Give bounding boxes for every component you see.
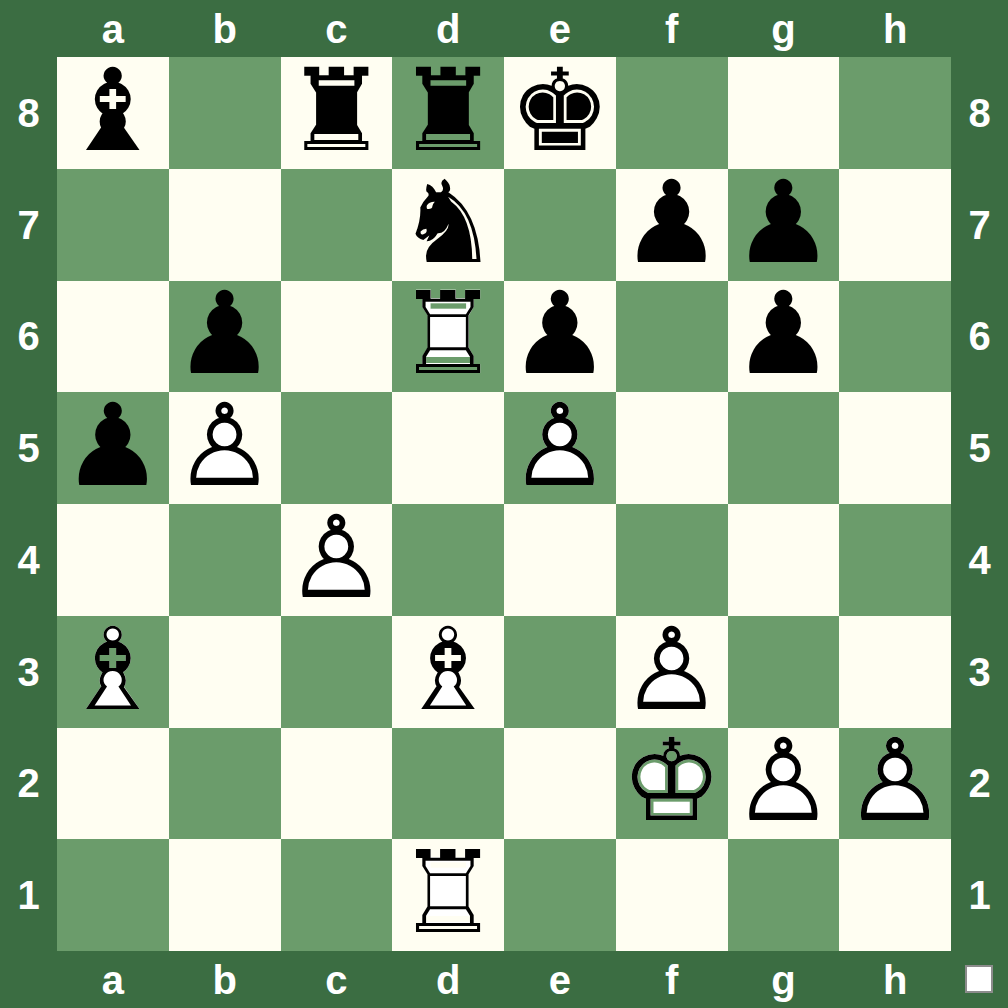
white-bishop[interactable]: ♝♗ — [392, 616, 504, 728]
square-c6[interactable] — [281, 281, 393, 393]
piece-glyph: ♟ — [62, 389, 164, 503]
black-rook[interactable]: ♜ — [392, 57, 504, 169]
square-g2[interactable]: ♟♙ — [728, 728, 840, 840]
black-king[interactable]: ♚ — [504, 57, 616, 169]
square-c4[interactable]: ♟♙ — [281, 504, 393, 616]
square-e8[interactable]: ♚ — [504, 57, 616, 169]
square-b4[interactable] — [169, 504, 281, 616]
piece-glyph: ♝ — [62, 54, 164, 168]
rank-labels-left: 87654321 — [0, 57, 57, 951]
piece-outline-glyph: ♔ — [621, 724, 723, 838]
rank-label-3: 3 — [0, 616, 57, 728]
white-pawn[interactable]: ♟♙ — [169, 392, 281, 504]
rank-labels-right: 87654321 — [951, 57, 1008, 951]
rank-label-5: 5 — [951, 392, 1008, 504]
piece-glyph: ♜ — [397, 54, 499, 168]
square-f3[interactable]: ♟♙ — [616, 616, 728, 728]
square-d2[interactable] — [392, 728, 504, 840]
square-g7[interactable]: ♟ — [728, 169, 840, 281]
piece-glyph: ♟ — [509, 277, 611, 391]
file-label-g: g — [728, 0, 840, 57]
chess-board: ♝♜♜♚♞♟♟♟♜♖♟♟♟♟♙♟♙♟♙♝♗♝♗♟♙♚♔♟♙♟♙♜♖ — [57, 57, 951, 951]
square-a4[interactable] — [57, 504, 169, 616]
file-label-c: c — [281, 951, 393, 1008]
white-pawn[interactable]: ♟♙ — [504, 392, 616, 504]
white-pawn[interactable]: ♟♙ — [728, 728, 840, 840]
square-f7[interactable]: ♟ — [616, 169, 728, 281]
file-label-b: b — [169, 951, 281, 1008]
black-pawn[interactable]: ♟ — [169, 281, 281, 393]
piece-outline-glyph: ♖ — [397, 277, 499, 391]
square-h6[interactable] — [839, 281, 951, 393]
black-pawn[interactable]: ♟ — [57, 392, 169, 504]
square-f5[interactable] — [616, 392, 728, 504]
file-label-g: g — [728, 951, 840, 1008]
white-rook[interactable]: ♜♖ — [392, 281, 504, 393]
black-rook[interactable]: ♜ — [281, 57, 393, 169]
rank-label-8: 8 — [0, 57, 57, 169]
square-h4[interactable] — [839, 504, 951, 616]
white-to-move-indicator — [965, 965, 993, 993]
square-d4[interactable] — [392, 504, 504, 616]
chess-diagram: abcdefgh abcdefgh 87654321 87654321 ♝♜♜♚… — [0, 0, 1008, 1008]
square-h5[interactable] — [839, 392, 951, 504]
file-label-f: f — [616, 0, 728, 57]
file-labels-top: abcdefgh — [57, 0, 951, 57]
square-e4[interactable] — [504, 504, 616, 616]
square-f4[interactable] — [616, 504, 728, 616]
file-label-f: f — [616, 951, 728, 1008]
piece-glyph: ♜ — [285, 54, 387, 168]
file-label-b: b — [169, 0, 281, 57]
piece-outline-glyph: ♙ — [844, 724, 946, 838]
black-pawn[interactable]: ♟ — [504, 281, 616, 393]
file-labels-bottom: abcdefgh — [57, 951, 951, 1008]
rank-label-3: 3 — [951, 616, 1008, 728]
rank-label-5: 5 — [0, 392, 57, 504]
square-d7[interactable]: ♞ — [392, 169, 504, 281]
rank-label-4: 4 — [951, 504, 1008, 616]
square-f2[interactable]: ♚♔ — [616, 728, 728, 840]
rank-label-8: 8 — [951, 57, 1008, 169]
square-c3[interactable] — [281, 616, 393, 728]
black-knight[interactable]: ♞ — [392, 169, 504, 281]
piece-glyph: ♟ — [732, 277, 834, 391]
square-b5[interactable]: ♟♙ — [169, 392, 281, 504]
square-a1[interactable] — [57, 839, 169, 951]
file-label-d: d — [392, 951, 504, 1008]
square-b7[interactable] — [169, 169, 281, 281]
piece-glyph: ♟ — [621, 165, 723, 279]
rank-label-7: 7 — [0, 169, 57, 281]
rank-label-1: 1 — [0, 839, 57, 951]
piece-outline-glyph: ♙ — [509, 389, 611, 503]
file-label-h: h — [839, 951, 951, 1008]
file-label-a: a — [57, 951, 169, 1008]
square-f6[interactable] — [616, 281, 728, 393]
square-b3[interactable] — [169, 616, 281, 728]
rank-label-6: 6 — [0, 281, 57, 393]
square-d3[interactable]: ♝♗ — [392, 616, 504, 728]
square-h7[interactable] — [839, 169, 951, 281]
square-g1[interactable] — [728, 839, 840, 951]
rank-label-7: 7 — [951, 169, 1008, 281]
square-c8[interactable]: ♜ — [281, 57, 393, 169]
piece-outline-glyph: ♙ — [174, 389, 276, 503]
square-c5[interactable] — [281, 392, 393, 504]
square-e3[interactable] — [504, 616, 616, 728]
square-a2[interactable] — [57, 728, 169, 840]
square-e1[interactable] — [504, 839, 616, 951]
file-label-h: h — [839, 0, 951, 57]
piece-outline-glyph: ♗ — [62, 612, 164, 726]
square-e7[interactable] — [504, 169, 616, 281]
square-g6[interactable]: ♟ — [728, 281, 840, 393]
piece-glyph: ♟ — [732, 165, 834, 279]
rank-label-1: 1 — [951, 839, 1008, 951]
black-pawn[interactable]: ♟ — [616, 169, 728, 281]
black-bishop[interactable]: ♝ — [57, 57, 169, 169]
square-g3[interactable] — [728, 616, 840, 728]
square-h8[interactable] — [839, 57, 951, 169]
piece-outline-glyph: ♙ — [285, 501, 387, 615]
piece-glyph: ♟ — [174, 277, 276, 391]
piece-outline-glyph: ♗ — [397, 612, 499, 726]
square-b8[interactable] — [169, 57, 281, 169]
square-b6[interactable]: ♟ — [169, 281, 281, 393]
white-bishop[interactable]: ♝♗ — [57, 616, 169, 728]
piece-glyph: ♚ — [509, 54, 611, 168]
rank-label-2: 2 — [951, 728, 1008, 840]
white-pawn[interactable]: ♟♙ — [839, 728, 951, 840]
square-b1[interactable] — [169, 839, 281, 951]
square-h2[interactable]: ♟♙ — [839, 728, 951, 840]
square-g5[interactable] — [728, 392, 840, 504]
white-pawn[interactable]: ♟♙ — [281, 504, 393, 616]
square-a7[interactable] — [57, 169, 169, 281]
square-e2[interactable] — [504, 728, 616, 840]
square-a3[interactable]: ♝♗ — [57, 616, 169, 728]
square-d5[interactable] — [392, 392, 504, 504]
white-king[interactable]: ♚♔ — [616, 728, 728, 840]
square-d6[interactable]: ♜♖ — [392, 281, 504, 393]
square-f1[interactable] — [616, 839, 728, 951]
square-a6[interactable] — [57, 281, 169, 393]
piece-outline-glyph: ♖ — [397, 836, 499, 950]
piece-outline-glyph: ♙ — [621, 612, 723, 726]
white-rook[interactable]: ♜♖ — [392, 839, 504, 951]
black-pawn[interactable]: ♟ — [728, 281, 840, 393]
rank-label-2: 2 — [0, 728, 57, 840]
square-g4[interactable] — [728, 504, 840, 616]
square-e5[interactable]: ♟♙ — [504, 392, 616, 504]
rank-label-4: 4 — [0, 504, 57, 616]
square-c7[interactable] — [281, 169, 393, 281]
piece-glyph: ♞ — [397, 165, 499, 279]
square-g8[interactable] — [728, 57, 840, 169]
square-c1[interactable] — [281, 839, 393, 951]
square-d1[interactable]: ♜♖ — [392, 839, 504, 951]
rank-label-6: 6 — [951, 281, 1008, 393]
square-a8[interactable]: ♝ — [57, 57, 169, 169]
square-b2[interactable] — [169, 728, 281, 840]
square-f8[interactable] — [616, 57, 728, 169]
square-e6[interactable]: ♟ — [504, 281, 616, 393]
piece-outline-glyph: ♙ — [732, 724, 834, 838]
square-c2[interactable] — [281, 728, 393, 840]
white-pawn[interactable]: ♟♙ — [616, 616, 728, 728]
square-h1[interactable] — [839, 839, 951, 951]
file-label-e: e — [504, 951, 616, 1008]
black-pawn[interactable]: ♟ — [728, 169, 840, 281]
square-d8[interactable]: ♜ — [392, 57, 504, 169]
square-h3[interactable] — [839, 616, 951, 728]
square-a5[interactable]: ♟ — [57, 392, 169, 504]
